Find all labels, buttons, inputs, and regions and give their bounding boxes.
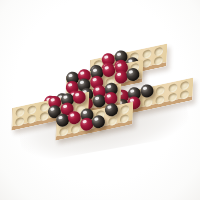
hole[interactable] [120,104,129,114]
hole[interactable] [27,114,36,124]
hole[interactable] [27,105,36,115]
hole[interactable] [168,83,177,93]
hole[interactable] [156,86,165,96]
hole[interactable] [143,98,152,108]
red-marble[interactable] [72,89,87,104]
hole[interactable] [59,127,68,137]
hole[interactable] [155,95,164,105]
photo-stage [0,0,200,200]
hole[interactable] [180,90,189,100]
hole[interactable] [154,46,163,56]
hole[interactable] [120,114,129,124]
hole[interactable] [180,80,189,90]
hole[interactable] [168,92,177,102]
hole[interactable] [71,124,80,134]
hole[interactable] [154,56,163,66]
hole[interactable] [15,107,24,117]
hole[interactable] [108,116,117,126]
hole[interactable] [142,49,151,59]
hole[interactable] [39,112,48,122]
hole[interactable] [15,117,24,127]
